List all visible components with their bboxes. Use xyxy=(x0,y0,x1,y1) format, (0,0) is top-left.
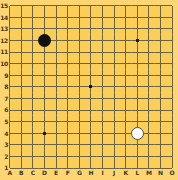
row-label-13: 13 xyxy=(0,23,9,35)
intersection-L5[interactable] xyxy=(132,116,144,128)
intersection-O9[interactable] xyxy=(166,70,178,82)
intersection-N8[interactable] xyxy=(155,81,167,93)
row-label-2: 2 xyxy=(0,151,9,163)
intersection-N9[interactable] xyxy=(155,70,167,82)
intersection-I14[interactable] xyxy=(97,12,109,24)
intersection-G12[interactable] xyxy=(74,35,86,47)
intersection-E3[interactable] xyxy=(50,139,62,151)
intersection-D5[interactable] xyxy=(39,116,51,128)
intersection-M15[interactable] xyxy=(143,0,155,12)
intersection-B9[interactable] xyxy=(16,70,28,82)
star-point xyxy=(136,39,139,42)
intersection-N2[interactable] xyxy=(155,151,167,163)
intersection-M2[interactable] xyxy=(143,151,155,163)
intersection-J14[interactable] xyxy=(108,12,120,24)
intersection-G4[interactable] xyxy=(74,128,86,140)
row-label-8: 8 xyxy=(0,81,9,93)
intersection-I8[interactable] xyxy=(97,81,109,93)
intersection-B4[interactable] xyxy=(16,128,28,140)
intersection-N14[interactable] xyxy=(155,12,167,24)
intersection-O11[interactable] xyxy=(166,46,178,58)
intersection-J13[interactable] xyxy=(108,23,120,35)
intersection-C2[interactable] xyxy=(27,151,39,163)
intersection-O4[interactable] xyxy=(166,128,178,140)
intersection-C12[interactable] xyxy=(27,35,39,47)
intersection-I6[interactable] xyxy=(97,104,109,116)
intersection-B11[interactable] xyxy=(16,46,28,58)
row-label-3: 3 xyxy=(0,139,9,151)
intersection-L12[interactable] xyxy=(132,35,144,47)
intersection-G14[interactable] xyxy=(74,12,86,24)
row-label-15: 15 xyxy=(0,0,9,12)
intersection-J3[interactable] xyxy=(108,139,120,151)
intersection-F2[interactable] xyxy=(62,151,74,163)
intersection-C13[interactable] xyxy=(27,23,39,35)
intersection-L3[interactable] xyxy=(132,139,144,151)
intersection-L7[interactable] xyxy=(132,93,144,105)
intersection-F8[interactable] xyxy=(62,81,74,93)
row-label-6: 6 xyxy=(0,104,9,116)
intersection-N7[interactable] xyxy=(155,93,167,105)
intersection-C4[interactable] xyxy=(27,128,39,140)
intersection-M7[interactable] xyxy=(143,93,155,105)
col-label-G: G xyxy=(74,169,86,179)
intersection-M8[interactable] xyxy=(143,81,155,93)
intersection-K15[interactable] xyxy=(120,0,132,12)
col-label-I: I xyxy=(97,169,109,179)
intersection-D15[interactable] xyxy=(39,0,51,12)
intersection-E8[interactable] xyxy=(50,81,62,93)
intersection-C5[interactable] xyxy=(27,116,39,128)
intersection-L13[interactable] xyxy=(132,23,144,35)
row-labels: 151413121110987654321 xyxy=(0,0,9,174)
intersection-D4[interactable] xyxy=(39,128,51,140)
intersection-M11[interactable] xyxy=(143,46,155,58)
intersection-K11[interactable] xyxy=(120,46,132,58)
intersection-G5[interactable] xyxy=(74,116,86,128)
intersection-K4[interactable] xyxy=(120,128,132,140)
intersection-C15[interactable] xyxy=(27,0,39,12)
intersection-H7[interactable] xyxy=(85,93,97,105)
intersection-B15[interactable] xyxy=(16,0,28,12)
intersection-C9[interactable] xyxy=(27,70,39,82)
intersection-G9[interactable] xyxy=(74,70,86,82)
intersection-O6[interactable] xyxy=(166,104,178,116)
intersection-M9[interactable] xyxy=(143,70,155,82)
row-label-14: 14 xyxy=(0,12,9,24)
intersection-E5[interactable] xyxy=(50,116,62,128)
col-label-L: L xyxy=(132,169,144,179)
intersection-B14[interactable] xyxy=(16,12,28,24)
intersection-M10[interactable] xyxy=(143,58,155,70)
intersection-J9[interactable] xyxy=(108,70,120,82)
intersection-H12[interactable] xyxy=(85,35,97,47)
intersection-F14[interactable] xyxy=(62,12,74,24)
intersection-D13[interactable] xyxy=(39,23,51,35)
intersection-H10[interactable] xyxy=(85,58,97,70)
intersection-H14[interactable] xyxy=(85,12,97,24)
intersection-D10[interactable] xyxy=(39,58,51,70)
intersection-L14[interactable] xyxy=(132,12,144,24)
intersection-C6[interactable] xyxy=(27,104,39,116)
col-label-F: F xyxy=(62,169,74,179)
intersection-H15[interactable] xyxy=(85,0,97,12)
intersection-L10[interactable] xyxy=(132,58,144,70)
row-label-12: 12 xyxy=(0,35,9,47)
intersection-F7[interactable] xyxy=(62,93,74,105)
intersection-B5[interactable] xyxy=(16,116,28,128)
intersection-N5[interactable] xyxy=(155,116,167,128)
board-grid xyxy=(4,0,178,174)
intersection-H9[interactable] xyxy=(85,70,97,82)
intersection-F3[interactable] xyxy=(62,139,74,151)
intersection-D8[interactable] xyxy=(39,81,51,93)
intersection-E7[interactable] xyxy=(50,93,62,105)
intersection-B8[interactable] xyxy=(16,81,28,93)
intersection-J12[interactable] xyxy=(108,35,120,47)
intersection-G7[interactable] xyxy=(74,93,86,105)
intersection-D2[interactable] xyxy=(39,151,51,163)
intersection-H3[interactable] xyxy=(85,139,97,151)
intersection-F12[interactable] xyxy=(62,35,74,47)
intersection-N3[interactable] xyxy=(155,139,167,151)
intersection-D9[interactable] xyxy=(39,70,51,82)
intersection-L15[interactable] xyxy=(132,0,144,12)
intersection-O14[interactable] xyxy=(166,12,178,24)
intersection-O8[interactable] xyxy=(166,81,178,93)
intersection-K9[interactable] xyxy=(120,70,132,82)
intersection-J4[interactable] xyxy=(108,128,120,140)
go-diagram: 151413121110987654321 ABCDEFGHIJKLMNO xyxy=(0,0,178,180)
intersection-J5[interactable] xyxy=(108,116,120,128)
intersection-O15[interactable] xyxy=(166,0,178,12)
star-point xyxy=(43,132,46,135)
intersection-L6[interactable] xyxy=(132,104,144,116)
intersection-B6[interactable] xyxy=(16,104,28,116)
intersection-M5[interactable] xyxy=(143,116,155,128)
intersection-G11[interactable] xyxy=(74,46,86,58)
row-label-11: 11 xyxy=(0,46,9,58)
intersection-I15[interactable] xyxy=(97,0,109,12)
row-label-7: 7 xyxy=(0,93,9,105)
col-label-E: E xyxy=(50,169,62,179)
intersection-I5[interactable] xyxy=(97,116,109,128)
col-label-A: A xyxy=(4,169,16,179)
intersection-N13[interactable] xyxy=(155,23,167,35)
intersection-G8[interactable] xyxy=(74,81,86,93)
intersection-I9[interactable] xyxy=(97,70,109,82)
intersection-C11[interactable] xyxy=(27,46,39,58)
col-label-C: C xyxy=(27,169,39,179)
intersection-B10[interactable] xyxy=(16,58,28,70)
row-label-4: 4 xyxy=(0,128,9,140)
intersection-G3[interactable] xyxy=(74,139,86,151)
intersection-I2[interactable] xyxy=(97,151,109,163)
intersection-J7[interactable] xyxy=(108,93,120,105)
intersection-H4[interactable] xyxy=(85,128,97,140)
intersection-F4[interactable] xyxy=(62,128,74,140)
intersection-D3[interactable] xyxy=(39,139,51,151)
intersection-K5[interactable] xyxy=(120,116,132,128)
intersection-H5[interactable] xyxy=(85,116,97,128)
col-labels: ABCDEFGHIJKLMNO xyxy=(4,169,178,179)
intersection-I10[interactable] xyxy=(97,58,109,70)
intersection-F9[interactable] xyxy=(62,70,74,82)
intersection-O5[interactable] xyxy=(166,116,178,128)
go-board: 151413121110987654321 ABCDEFGHIJKLMNO xyxy=(0,0,178,180)
white-stone xyxy=(131,127,144,140)
col-label-D: D xyxy=(39,169,51,179)
col-label-M: M xyxy=(143,169,155,179)
intersection-M4[interactable] xyxy=(143,128,155,140)
intersection-E10[interactable] xyxy=(50,58,62,70)
intersection-G10[interactable] xyxy=(74,58,86,70)
intersection-E4[interactable] xyxy=(50,128,62,140)
intersection-H6[interactable] xyxy=(85,104,97,116)
intersection-O2[interactable] xyxy=(166,151,178,163)
intersection-F11[interactable] xyxy=(62,46,74,58)
intersection-L11[interactable] xyxy=(132,46,144,58)
intersection-M12[interactable] xyxy=(143,35,155,47)
intersection-K12[interactable] xyxy=(120,35,132,47)
star-point xyxy=(89,85,92,88)
intersection-I12[interactable] xyxy=(97,35,109,47)
intersection-D7[interactable] xyxy=(39,93,51,105)
col-label-K: K xyxy=(120,169,132,179)
intersection-H2[interactable] xyxy=(85,151,97,163)
intersection-K14[interactable] xyxy=(120,12,132,24)
intersection-C8[interactable] xyxy=(27,81,39,93)
intersection-E15[interactable] xyxy=(50,0,62,12)
intersection-N12[interactable] xyxy=(155,35,167,47)
intersection-L4[interactable] xyxy=(132,128,144,140)
intersection-M3[interactable] xyxy=(143,139,155,151)
col-label-O: O xyxy=(166,169,178,179)
intersection-O13[interactable] xyxy=(166,23,178,35)
intersection-I7[interactable] xyxy=(97,93,109,105)
intersection-H11[interactable] xyxy=(85,46,97,58)
intersection-C3[interactable] xyxy=(27,139,39,151)
intersection-F15[interactable] xyxy=(62,0,74,12)
intersection-L2[interactable] xyxy=(132,151,144,163)
intersection-E13[interactable] xyxy=(50,23,62,35)
intersection-E12[interactable] xyxy=(50,35,62,47)
intersection-E9[interactable] xyxy=(50,70,62,82)
intersection-I4[interactable] xyxy=(97,128,109,140)
intersection-I3[interactable] xyxy=(97,139,109,151)
intersection-K8[interactable] xyxy=(120,81,132,93)
col-label-J: J xyxy=(108,169,120,179)
intersection-E14[interactable] xyxy=(50,12,62,24)
intersection-L9[interactable] xyxy=(132,70,144,82)
intersection-N10[interactable] xyxy=(155,58,167,70)
intersection-N6[interactable] xyxy=(155,104,167,116)
intersection-D12[interactable] xyxy=(39,35,51,47)
intersection-J2[interactable] xyxy=(108,151,120,163)
intersection-K7[interactable] xyxy=(120,93,132,105)
intersection-J10[interactable] xyxy=(108,58,120,70)
intersection-J6[interactable] xyxy=(108,104,120,116)
intersection-B12[interactable] xyxy=(16,35,28,47)
intersection-B2[interactable] xyxy=(16,151,28,163)
intersection-G15[interactable] xyxy=(74,0,86,12)
intersection-B3[interactable] xyxy=(16,139,28,151)
intersection-D11[interactable] xyxy=(39,46,51,58)
intersection-F13[interactable] xyxy=(62,23,74,35)
col-label-N: N xyxy=(155,169,167,179)
intersection-E2[interactable] xyxy=(50,151,62,163)
intersection-I13[interactable] xyxy=(97,23,109,35)
col-label-H: H xyxy=(85,169,97,179)
row-label-10: 10 xyxy=(0,58,9,70)
intersection-F5[interactable] xyxy=(62,116,74,128)
intersection-K2[interactable] xyxy=(120,151,132,163)
intersection-G13[interactable] xyxy=(74,23,86,35)
intersection-D14[interactable] xyxy=(39,12,51,24)
intersection-K3[interactable] xyxy=(120,139,132,151)
intersection-F10[interactable] xyxy=(62,58,74,70)
intersection-O3[interactable] xyxy=(166,139,178,151)
intersection-N11[interactable] xyxy=(155,46,167,58)
intersection-I11[interactable] xyxy=(97,46,109,58)
col-label-B: B xyxy=(16,169,28,179)
intersection-M14[interactable] xyxy=(143,12,155,24)
intersection-C14[interactable] xyxy=(27,12,39,24)
intersection-M6[interactable] xyxy=(143,104,155,116)
intersection-G2[interactable] xyxy=(74,151,86,163)
intersection-B7[interactable] xyxy=(16,93,28,105)
intersection-C7[interactable] xyxy=(27,93,39,105)
intersection-O10[interactable] xyxy=(166,58,178,70)
intersection-N15[interactable] xyxy=(155,0,167,12)
intersection-G6[interactable] xyxy=(74,104,86,116)
intersection-O12[interactable] xyxy=(166,35,178,47)
intersection-N4[interactable] xyxy=(155,128,167,140)
intersection-E6[interactable] xyxy=(50,104,62,116)
intersection-J8[interactable] xyxy=(108,81,120,93)
intersection-O7[interactable] xyxy=(166,93,178,105)
intersection-C10[interactable] xyxy=(27,58,39,70)
intersection-D6[interactable] xyxy=(39,104,51,116)
intersection-K10[interactable] xyxy=(120,58,132,70)
row-label-5: 5 xyxy=(0,116,9,128)
intersection-L8[interactable] xyxy=(132,81,144,93)
intersection-J11[interactable] xyxy=(108,46,120,58)
intersection-H8[interactable] xyxy=(85,81,97,93)
intersection-J15[interactable] xyxy=(108,0,120,12)
black-stone xyxy=(38,34,51,47)
intersection-K13[interactable] xyxy=(120,23,132,35)
intersection-K6[interactable] xyxy=(120,104,132,116)
intersection-E11[interactable] xyxy=(50,46,62,58)
intersection-H13[interactable] xyxy=(85,23,97,35)
intersection-M13[interactable] xyxy=(143,23,155,35)
intersection-B13[interactable] xyxy=(16,23,28,35)
intersection-F6[interactable] xyxy=(62,104,74,116)
row-label-9: 9 xyxy=(0,70,9,82)
